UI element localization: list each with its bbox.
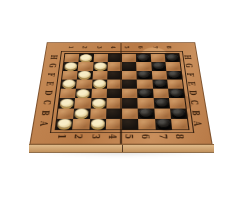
square-2H[interactable]: [79, 54, 94, 62]
square-2A[interactable]: [72, 119, 89, 130]
square-8B[interactable]: [170, 108, 187, 118]
square-1C[interactable]: [58, 98, 75, 108]
board-3d-wrapper: 12345678 12345678 HGFEDCBA HGFEDCBA: [29, 42, 212, 144]
coord-label: G: [181, 61, 197, 69]
white-checker[interactable]: [57, 119, 72, 128]
square-6C[interactable]: [138, 98, 154, 108]
square-2E[interactable]: [76, 79, 92, 88]
coord-label: 8: [170, 131, 190, 142]
square-8H[interactable]: [164, 54, 179, 62]
square-8G[interactable]: [165, 62, 181, 71]
play-area: [55, 53, 190, 130]
square-2C[interactable]: [74, 98, 91, 108]
square-5B[interactable]: [122, 108, 138, 118]
square-3G[interactable]: [93, 62, 108, 71]
coord-label: G: [45, 61, 61, 69]
board-front-edge: [29, 144, 214, 153]
square-5D[interactable]: [122, 89, 138, 99]
square-7E[interactable]: [152, 79, 168, 88]
square-7C[interactable]: [153, 98, 170, 108]
front-fold-seam: [122, 145, 124, 152]
square-3B[interactable]: [90, 108, 107, 118]
coord-label: 4: [107, 43, 121, 51]
white-checker[interactable]: [94, 62, 107, 69]
square-1H[interactable]: [64, 54, 79, 62]
square-3A[interactable]: [89, 119, 106, 130]
black-checker[interactable]: [167, 71, 181, 79]
square-2G[interactable]: [78, 62, 93, 71]
square-6B[interactable]: [138, 108, 155, 118]
square-6G[interactable]: [136, 62, 151, 71]
coord-label: E: [42, 79, 58, 88]
white-checker[interactable]: [93, 80, 106, 88]
black-checker[interactable]: [152, 62, 165, 69]
coord-label: 3: [93, 43, 107, 51]
coord-label: 2: [79, 43, 93, 51]
coord-label: C: [186, 98, 203, 108]
square-3E[interactable]: [91, 79, 107, 88]
white-checker[interactable]: [80, 54, 93, 61]
square-1E[interactable]: [61, 79, 77, 88]
square-2B[interactable]: [73, 108, 90, 118]
square-3H[interactable]: [93, 54, 108, 62]
coord-label: B: [37, 108, 55, 118]
black-checker[interactable]: [139, 109, 153, 118]
black-checker[interactable]: [165, 54, 178, 61]
square-6F[interactable]: [137, 71, 152, 80]
square-7D[interactable]: [153, 89, 169, 99]
coord-label: 1: [65, 43, 80, 51]
coord-label: A: [35, 118, 53, 129]
black-checker[interactable]: [154, 99, 168, 108]
coord-label: 5: [121, 43, 135, 51]
square-5F[interactable]: [122, 71, 137, 80]
checkers-board-photo: 12345678 12345678 HGFEDCBA HGFEDCBA: [0, 0, 240, 197]
square-5G[interactable]: [122, 62, 137, 71]
square-8F[interactable]: [166, 71, 182, 80]
white-checker[interactable]: [60, 99, 74, 108]
square-6D[interactable]: [137, 89, 153, 99]
square-2D[interactable]: [75, 89, 91, 99]
white-checker[interactable]: [75, 109, 89, 118]
square-5C[interactable]: [122, 98, 138, 108]
coord-label: H: [180, 53, 195, 61]
square-1F[interactable]: [62, 71, 78, 80]
coord-label: C: [39, 98, 56, 108]
square-6E[interactable]: [137, 79, 153, 88]
coord-label: F: [43, 70, 59, 79]
white-checker[interactable]: [76, 89, 90, 97]
square-3C[interactable]: [90, 98, 106, 108]
white-checker[interactable]: [78, 71, 91, 79]
white-checker[interactable]: [64, 62, 77, 69]
square-7H[interactable]: [150, 54, 165, 62]
coord-label: H: [46, 53, 61, 61]
coord-label: A: [189, 118, 207, 129]
square-8A[interactable]: [171, 119, 189, 130]
square-1D[interactable]: [60, 89, 76, 99]
coord-label: 6: [135, 43, 149, 51]
square-8D[interactable]: [168, 89, 185, 99]
black-checker[interactable]: [169, 89, 183, 97]
black-checker[interactable]: [138, 71, 151, 79]
coord-label: B: [187, 108, 205, 118]
coord-label: F: [182, 70, 198, 79]
coord-label: D: [40, 88, 57, 97]
fold-seam: [120, 43, 122, 144]
black-checker[interactable]: [171, 109, 186, 118]
square-1A[interactable]: [56, 119, 74, 130]
square-5E[interactable]: [122, 79, 137, 88]
square-5H[interactable]: [122, 54, 136, 62]
coord-label: E: [184, 79, 200, 88]
square-8C[interactable]: [169, 98, 186, 108]
coord-label: 8: [163, 43, 178, 51]
white-checker[interactable]: [62, 80, 76, 88]
square-7G[interactable]: [151, 62, 166, 71]
black-checker[interactable]: [153, 80, 167, 88]
square-7B[interactable]: [154, 108, 171, 118]
square-5A[interactable]: [122, 119, 139, 130]
coord-label: D: [185, 88, 202, 97]
square-1B[interactable]: [57, 108, 74, 118]
square-7F[interactable]: [151, 71, 167, 80]
black-checker[interactable]: [156, 119, 171, 128]
square-1G[interactable]: [63, 62, 78, 71]
square-2F[interactable]: [77, 71, 93, 80]
square-3D[interactable]: [91, 89, 107, 99]
white-checker[interactable]: [90, 119, 105, 128]
square-8E[interactable]: [167, 79, 183, 88]
black-checker[interactable]: [137, 54, 150, 61]
coord-label: 7: [149, 43, 163, 51]
square-6A[interactable]: [138, 119, 155, 130]
black-checker[interactable]: [138, 89, 152, 97]
square-7A[interactable]: [155, 119, 172, 130]
square-6H[interactable]: [136, 54, 151, 62]
checkers-board: 12345678 12345678 HGFEDCBA HGFEDCBA: [29, 42, 212, 144]
square-3F[interactable]: [92, 71, 107, 80]
white-checker[interactable]: [91, 99, 105, 108]
